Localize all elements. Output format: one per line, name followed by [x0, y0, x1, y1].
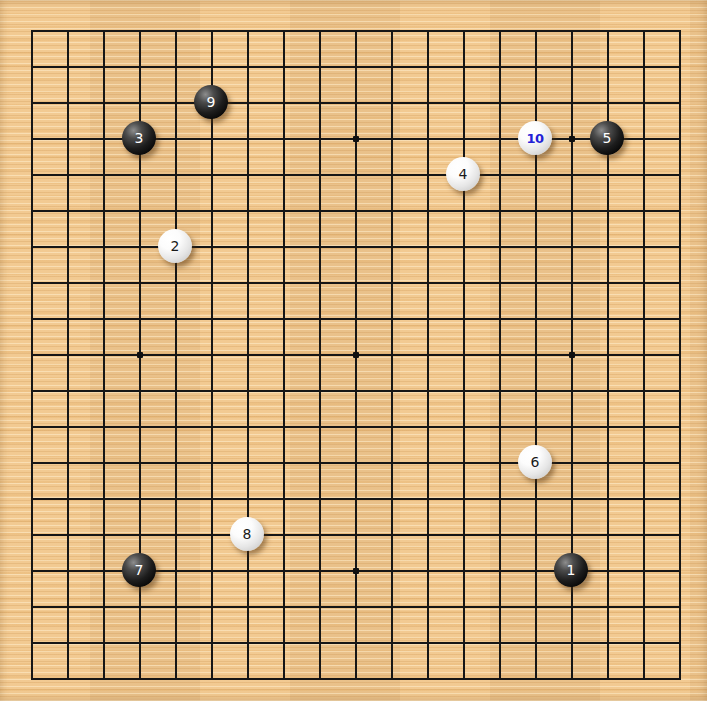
star-point	[137, 352, 143, 358]
star-point	[569, 136, 575, 142]
move-number-label: 9	[207, 95, 216, 109]
stone-white-6-P7[interactable]: 6	[518, 445, 552, 479]
move-number-label: 10	[526, 132, 543, 145]
star-point	[353, 136, 359, 142]
stone-black-7-D4[interactable]: 7	[122, 553, 156, 587]
move-number-label: 4	[459, 167, 468, 181]
move-number-label: 1	[567, 563, 576, 577]
go-board: 12345678910	[0, 0, 707, 701]
star-point	[569, 352, 575, 358]
move-number-label: 8	[243, 527, 252, 541]
stone-black-5-R16[interactable]: 5	[590, 121, 624, 155]
star-point	[353, 352, 359, 358]
move-number-label: 5	[603, 131, 612, 145]
move-number-label: 7	[135, 563, 144, 577]
stone-black-3-D16[interactable]: 3	[122, 121, 156, 155]
stone-white-2-E13[interactable]: 2	[158, 229, 192, 263]
move-number-label: 6	[531, 455, 540, 469]
stone-white-8-G5[interactable]: 8	[230, 517, 264, 551]
stone-black-9-F17[interactable]: 9	[194, 85, 228, 119]
go-board-grid[interactable]: 12345678910	[31, 30, 681, 680]
move-number-label: 3	[135, 131, 144, 145]
stone-white-4-N15[interactable]: 4	[446, 157, 480, 191]
stone-white-10-P16[interactable]: 10	[518, 121, 552, 155]
star-point	[353, 568, 359, 574]
stone-black-1-Q4[interactable]: 1	[554, 553, 588, 587]
move-number-label: 2	[171, 239, 180, 253]
